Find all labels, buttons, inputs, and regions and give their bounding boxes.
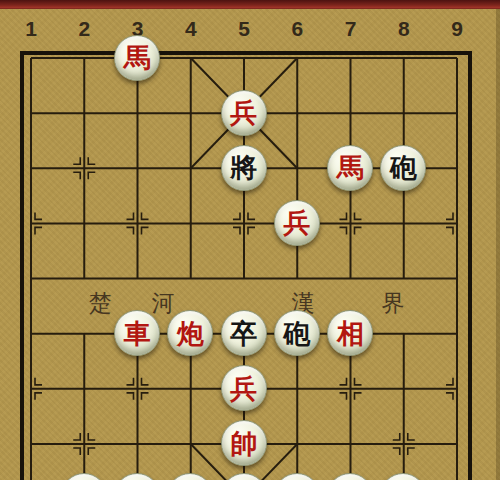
piece-red-相[interactable]: 相 [327, 310, 373, 356]
piece-black-卒[interactable]: 卒 [221, 310, 267, 356]
piece-black-將[interactable]: 將 [221, 145, 267, 191]
piece-partial[interactable] [274, 473, 320, 480]
piece-black-砲[interactable]: 砲 [274, 310, 320, 356]
piece-red-馬[interactable]: 馬 [114, 35, 160, 81]
piece-red-兵[interactable]: 兵 [274, 200, 320, 246]
piece-red-帥[interactable]: 帥 [221, 420, 267, 466]
piece-red-兵[interactable]: 兵 [221, 90, 267, 136]
piece-red-炮[interactable]: 炮 [167, 310, 213, 356]
piece-red-車[interactable]: 車 [114, 310, 160, 356]
piece-partial[interactable] [221, 473, 267, 480]
piece-black-砲[interactable]: 砲 [380, 145, 426, 191]
piece-partial[interactable] [114, 473, 160, 480]
piece-partial[interactable] [380, 473, 426, 480]
piece-partial[interactable] [327, 473, 373, 480]
piece-partial[interactable] [167, 473, 213, 480]
board-piece-layer[interactable]: 馬兵將馬砲兵車炮卒砲相兵帥 [4, 30, 483, 480]
piece-red-兵[interactable]: 兵 [221, 365, 267, 411]
piece-partial[interactable] [61, 473, 107, 480]
piece-red-馬[interactable]: 馬 [327, 145, 373, 191]
xiangqi-board-screen: 123456789 楚河漢界 馬兵將馬砲兵車炮卒砲相兵帥 [0, 0, 500, 480]
